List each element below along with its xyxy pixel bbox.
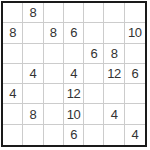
empty-cell-r6c7[interactable] (125, 104, 145, 124)
clue-cell-r2c1: 8 (3, 23, 23, 43)
empty-cell-r1c7[interactable] (125, 3, 145, 23)
empty-cell-r3c2[interactable] (23, 44, 43, 64)
empty-cell-r5c2[interactable] (23, 84, 43, 104)
empty-cell-r2c6[interactable] (104, 23, 124, 43)
puzzle-page: { "game": "fillomino-style 7x7 number-gr… (0, 0, 150, 150)
clue-cell-r6c6: 4 (104, 104, 124, 124)
clue-cell-r5c1: 4 (3, 84, 23, 104)
empty-cell-r7c6[interactable] (104, 125, 124, 145)
empty-cell-r3c3[interactable] (44, 44, 64, 64)
empty-cell-r7c2[interactable] (23, 125, 43, 145)
empty-cell-r5c6[interactable] (104, 84, 124, 104)
clue-cell-r3c5: 6 (84, 44, 104, 64)
empty-cell-r5c7[interactable] (125, 84, 145, 104)
empty-cell-r6c5[interactable] (84, 104, 104, 124)
empty-cell-r1c6[interactable] (104, 3, 124, 23)
clue-cell-r4c6: 12 (104, 64, 124, 84)
empty-cell-r3c7[interactable] (125, 44, 145, 64)
empty-cell-r5c5[interactable] (84, 84, 104, 104)
clue-cell-r4c2: 4 (23, 64, 43, 84)
clue-cell-r5c4: 12 (64, 84, 84, 104)
clue-cell-r4c7: 6 (125, 64, 145, 84)
empty-cell-r3c1[interactable] (3, 44, 23, 64)
clue-cell-r2c4: 6 (64, 23, 84, 43)
clue-cell-r7c4: 6 (64, 125, 84, 145)
empty-cell-r7c5[interactable] (84, 125, 104, 145)
clue-cell-r6c2: 8 (23, 104, 43, 124)
clue-cell-r4c4: 4 (64, 64, 84, 84)
puzzle-board: 8886106844126412810464 (1, 1, 147, 147)
empty-cell-r3c4[interactable] (64, 44, 84, 64)
empty-cell-r4c1[interactable] (3, 64, 23, 84)
empty-cell-r6c3[interactable] (44, 104, 64, 124)
clue-cell-r2c7: 10 (125, 23, 145, 43)
clue-cell-r6c4: 10 (64, 104, 84, 124)
empty-cell-r7c3[interactable] (44, 125, 64, 145)
clue-cell-r1c2: 8 (23, 3, 43, 23)
empty-cell-r1c3[interactable] (44, 3, 64, 23)
empty-cell-r7c1[interactable] (3, 125, 23, 145)
empty-cell-r6c1[interactable] (3, 104, 23, 124)
empty-cell-r2c2[interactable] (23, 23, 43, 43)
empty-cell-r4c5[interactable] (84, 64, 104, 84)
empty-cell-r5c3[interactable] (44, 84, 64, 104)
clue-cell-r3c6: 8 (104, 44, 124, 64)
empty-cell-r1c5[interactable] (84, 3, 104, 23)
empty-cell-r1c4[interactable] (64, 3, 84, 23)
clue-cell-r7c7: 4 (125, 125, 145, 145)
empty-cell-r1c1[interactable] (3, 3, 23, 23)
empty-cell-r4c3[interactable] (44, 64, 64, 84)
clue-cell-r2c3: 8 (44, 23, 64, 43)
empty-cell-r2c5[interactable] (84, 23, 104, 43)
